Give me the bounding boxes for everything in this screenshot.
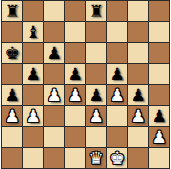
square-d7[interactable] <box>65 22 85 42</box>
square-d5[interactable]: ♟ <box>65 64 85 84</box>
square-g5[interactable] <box>128 64 148 84</box>
square-d4[interactable]: ♟ <box>65 85 85 105</box>
square-c2[interactable] <box>44 127 64 147</box>
square-d1[interactable] <box>65 148 85 168</box>
white-pawn[interactable]: ♟ <box>25 106 40 126</box>
white-queen[interactable]: ♛ <box>88 148 103 168</box>
square-f5[interactable]: ♟ <box>107 64 127 84</box>
white-pawn[interactable]: ♟ <box>4 106 19 126</box>
square-a5[interactable] <box>2 64 22 84</box>
white-pawn[interactable]: ♟ <box>130 106 145 126</box>
chess-diagram: ♜♜♝♚♟♟♟♟♟♟♟♟♟♟♟♟♟♟♟♟♛♚ <box>0 0 171 169</box>
white-pawn[interactable]: ♟ <box>46 85 61 105</box>
white-pawn[interactable]: ♟ <box>151 127 166 147</box>
square-f3[interactable] <box>107 106 127 126</box>
square-g7[interactable] <box>128 22 148 42</box>
square-c1[interactable] <box>44 148 64 168</box>
square-g6[interactable] <box>128 43 148 63</box>
square-f2[interactable] <box>107 127 127 147</box>
square-c8[interactable] <box>44 1 64 21</box>
square-h5[interactable] <box>149 64 169 84</box>
black-rook[interactable]: ♜ <box>88 1 103 21</box>
square-c7[interactable] <box>44 22 64 42</box>
square-b4[interactable] <box>23 85 43 105</box>
square-c4[interactable]: ♟ <box>44 85 64 105</box>
square-g3[interactable]: ♟ <box>128 106 148 126</box>
black-pawn[interactable]: ♟ <box>4 85 19 105</box>
square-b2[interactable] <box>23 127 43 147</box>
square-e5[interactable] <box>86 64 106 84</box>
square-b7[interactable]: ♝ <box>23 22 43 42</box>
black-bishop[interactable]: ♝ <box>25 22 40 42</box>
square-g8[interactable] <box>128 1 148 21</box>
black-pawn[interactable]: ♟ <box>109 64 124 84</box>
black-pawn[interactable]: ♟ <box>130 85 145 105</box>
square-a7[interactable] <box>2 22 22 42</box>
square-g1[interactable] <box>128 148 148 168</box>
square-a4[interactable]: ♟ <box>2 85 22 105</box>
chess-board: ♜♜♝♚♟♟♟♟♟♟♟♟♟♟♟♟♟♟♟♟♛♚ <box>1 0 170 169</box>
square-e1[interactable]: ♛ <box>86 148 106 168</box>
white-pawn[interactable]: ♟ <box>88 106 103 126</box>
black-rook[interactable]: ♜ <box>4 1 19 21</box>
square-a8[interactable]: ♜ <box>2 1 22 21</box>
square-a6[interactable]: ♚ <box>2 43 22 63</box>
square-e3[interactable]: ♟ <box>86 106 106 126</box>
square-e7[interactable] <box>86 22 106 42</box>
square-e4[interactable]: ♟ <box>86 85 106 105</box>
square-e2[interactable] <box>86 127 106 147</box>
square-b1[interactable] <box>23 148 43 168</box>
square-g4[interactable]: ♟ <box>128 85 148 105</box>
square-e8[interactable]: ♜ <box>86 1 106 21</box>
square-d3[interactable] <box>65 106 85 126</box>
square-a3[interactable]: ♟ <box>2 106 22 126</box>
square-b3[interactable]: ♟ <box>23 106 43 126</box>
white-pawn[interactable]: ♟ <box>109 85 124 105</box>
square-h7[interactable] <box>149 22 169 42</box>
square-h1[interactable] <box>149 148 169 168</box>
square-d8[interactable] <box>65 1 85 21</box>
square-c6[interactable]: ♟ <box>44 43 64 63</box>
square-h8[interactable] <box>149 1 169 21</box>
square-b5[interactable]: ♟ <box>23 64 43 84</box>
square-g2[interactable] <box>128 127 148 147</box>
square-a1[interactable] <box>2 148 22 168</box>
square-b6[interactable] <box>23 43 43 63</box>
square-f8[interactable] <box>107 1 127 21</box>
square-h2[interactable]: ♟ <box>149 127 169 147</box>
square-c5[interactable] <box>44 64 64 84</box>
square-f1[interactable]: ♚ <box>107 148 127 168</box>
black-pawn[interactable]: ♟ <box>46 43 61 63</box>
square-h3[interactable]: ♟ <box>149 106 169 126</box>
square-e6[interactable] <box>86 43 106 63</box>
square-f6[interactable] <box>107 43 127 63</box>
black-pawn[interactable]: ♟ <box>88 85 103 105</box>
white-king[interactable]: ♚ <box>109 148 124 168</box>
square-h6[interactable] <box>149 43 169 63</box>
black-pawn[interactable]: ♟ <box>151 106 166 126</box>
black-pawn[interactable]: ♟ <box>67 64 82 84</box>
square-c3[interactable] <box>44 106 64 126</box>
black-pawn[interactable]: ♟ <box>25 64 40 84</box>
square-a2[interactable] <box>2 127 22 147</box>
square-h4[interactable] <box>149 85 169 105</box>
square-d6[interactable] <box>65 43 85 63</box>
square-f7[interactable] <box>107 22 127 42</box>
white-pawn[interactable]: ♟ <box>67 85 82 105</box>
square-f4[interactable]: ♟ <box>107 85 127 105</box>
black-king[interactable]: ♚ <box>4 43 19 63</box>
square-d2[interactable] <box>65 127 85 147</box>
square-b8[interactable] <box>23 1 43 21</box>
